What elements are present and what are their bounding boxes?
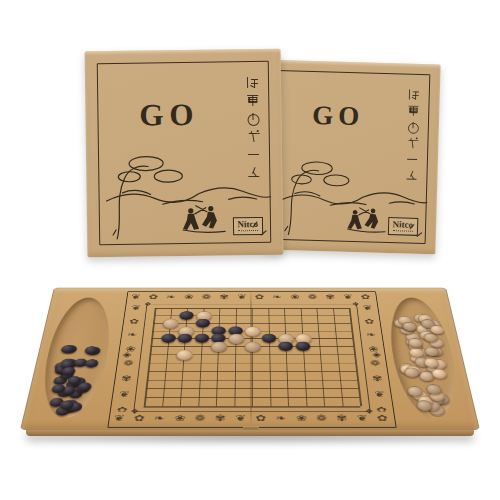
white-tray-stone: [425, 385, 442, 395]
white-stone: [176, 350, 193, 361]
black-tray-stone: [84, 359, 99, 367]
board-front-edge: [26, 429, 474, 436]
white-stone: [210, 342, 227, 352]
samurai-duel-icon: [348, 208, 379, 230]
grid-line: [147, 380, 358, 381]
grid-line: [149, 363, 356, 364]
box-title: GO: [276, 99, 401, 133]
tree-icon: [129, 156, 163, 170]
diamond-medallion-icon: ◈: [122, 350, 132, 358]
white-tray-stone: [431, 369, 448, 379]
kanji-glyph: [407, 137, 419, 149]
kanji-glyph: [246, 112, 259, 125]
samurai-duel-icon: [359, 208, 370, 215]
kanji-glyph: [407, 121, 419, 133]
black-stone: [179, 311, 194, 320]
tree-icon: [116, 166, 151, 239]
fold-clasp: [243, 426, 259, 430]
white-tray-stone: [406, 386, 423, 396]
samurai-duel-icon: [195, 206, 207, 214]
grid-line: [145, 397, 360, 398]
black-stone: [261, 334, 276, 343]
kanji-glyph: [407, 105, 419, 117]
brand-logo: Nitco: [387, 217, 418, 236]
board-grid: [144, 308, 361, 406]
black-stone: [278, 342, 293, 351]
decorated-panel: ❦ ✿ ❧ ❀ ❁ ✾ ❦ ✿ ❧ ❀ ❁ ✾ ❦ ✿ ❧ ❀ ❁ ✾ ❦ ✿ …: [107, 291, 396, 428]
white-tray-stone: [403, 368, 420, 378]
black-stone: [195, 319, 210, 328]
box-cover-left: GO 将軍のゲーム: [85, 49, 284, 258]
kanji-glyph: [246, 76, 259, 89]
black-tray-stone: [78, 383, 93, 392]
tree-icon: [302, 162, 333, 175]
black-stone: [160, 334, 175, 343]
kanji-glyph: [408, 89, 420, 101]
box-title: GO: [98, 96, 240, 134]
tree-icon: [324, 175, 349, 186]
brand-tagline: [238, 230, 259, 232]
white-stone: [228, 334, 244, 344]
black-stone: [177, 334, 192, 343]
tree-icon: [154, 170, 182, 182]
diamond-medallion-icon: ◈: [372, 350, 382, 358]
tree-icon: [292, 175, 312, 184]
right-stone-tray: [384, 298, 467, 419]
kanji-glyph: [246, 94, 259, 107]
product-photo-scene: ❦ ✿ ❧ ❀ ❁ ✾ ❦ ✿ ❧ ❀ ❁ ✾ ❦ ✿ ❧ ❀ ❁ ✾ ❦ ✿ …: [0, 0, 500, 500]
kanji-glyph: [247, 130, 260, 143]
white-stone: [245, 326, 261, 336]
samurai-duel-icon: [183, 206, 217, 230]
grid-line: [144, 406, 361, 407]
mountains-icon: [163, 197, 257, 204]
board-surface: ❦ ✿ ❧ ❀ ❁ ✾ ❦ ✿ ❧ ❀ ❁ ✾ ❦ ✿ ❧ ❀ ❁ ✾ ❦ ✿ …: [20, 288, 480, 430]
grid-line: [146, 388, 359, 389]
white-stone: [162, 319, 179, 329]
black-stone: [295, 342, 310, 351]
brand-tagline: [392, 230, 413, 233]
tree-icon: [288, 170, 320, 236]
brand-logo: Nitco: [232, 217, 263, 235]
box-cover-right: GO 将軍のゲーム: [261, 60, 440, 255]
white-tray-stone: [416, 400, 434, 411]
printed-frame: GO 将軍のゲーム: [97, 61, 272, 245]
printed-frame: GO 将軍のゲーム: [272, 70, 431, 244]
white-stone: [244, 342, 261, 352]
grid-line: [148, 371, 357, 372]
tree-icon: [118, 172, 140, 182]
black-stone: [194, 334, 209, 343]
left-stone-tray: [34, 298, 117, 419]
